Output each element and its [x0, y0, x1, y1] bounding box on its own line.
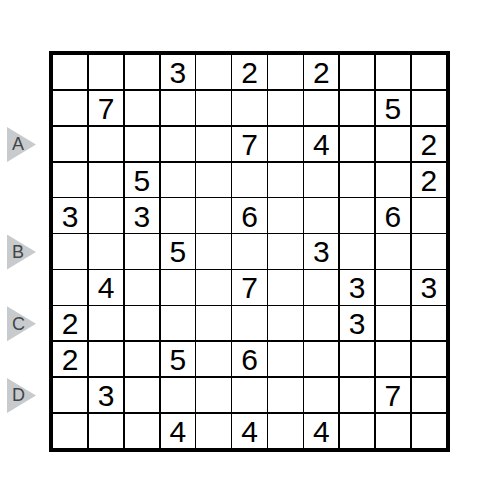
clue-digit: 4 [313, 417, 330, 447]
cell-r3c4[interactable] [161, 127, 195, 161]
cell-r8c2[interactable] [89, 306, 123, 340]
clue-digit: 6 [241, 345, 258, 375]
cell-r8c9[interactable]: 3 [340, 306, 374, 340]
cell-r9c7[interactable] [268, 342, 302, 376]
cell-r9c4[interactable]: 5 [161, 342, 195, 376]
clue-digit: 4 [241, 417, 258, 447]
clue-digit: 2 [420, 166, 437, 196]
cell-r7c5[interactable] [196, 270, 230, 304]
cell-r10c6[interactable] [232, 378, 266, 412]
clue-digit: 7 [385, 381, 402, 411]
cell-r11c8[interactable]: 4 [304, 414, 338, 448]
cell-r2c9[interactable] [340, 91, 374, 125]
cell-r6c7[interactable] [268, 234, 302, 268]
cell-r10c2[interactable]: 3 [89, 378, 123, 412]
cell-r7c4[interactable] [161, 270, 195, 304]
clue-digit: 2 [62, 345, 79, 375]
cell-r2c7[interactable] [268, 91, 302, 125]
cell-r11c4[interactable]: 4 [161, 414, 195, 448]
cell-r3c3[interactable] [125, 127, 159, 161]
cell-r4c3[interactable]: 5 [125, 163, 159, 197]
cell-r3c1[interactable] [53, 127, 87, 161]
cell-r1c5[interactable] [196, 55, 230, 89]
clue-digit: 4 [313, 130, 330, 160]
cell-r10c7[interactable] [268, 378, 302, 412]
cell-r2c5[interactable] [196, 91, 230, 125]
cell-r9c9[interactable] [340, 342, 374, 376]
cell-r3c5[interactable] [196, 127, 230, 161]
cell-r5c7[interactable] [268, 198, 302, 232]
cell-r2c1[interactable] [53, 91, 87, 125]
cell-r5c9[interactable] [340, 198, 374, 232]
cell-r4c10[interactable] [376, 163, 410, 197]
cell-r3c10[interactable] [376, 127, 410, 161]
answer-row-marker-C: C [7, 306, 36, 341]
cell-r8c11[interactable] [412, 306, 446, 340]
clue-digit: 5 [134, 166, 151, 196]
clue-digit: 3 [349, 309, 366, 339]
cell-r8c1[interactable]: 2 [53, 306, 87, 340]
cell-r6c2[interactable] [89, 234, 123, 268]
cell-r3c11[interactable]: 2 [412, 127, 446, 161]
cell-r6c6[interactable] [232, 234, 266, 268]
cell-r7c3[interactable] [125, 270, 159, 304]
cell-r5c10[interactable]: 6 [376, 198, 410, 232]
cell-r10c9[interactable] [340, 378, 374, 412]
cell-r6c5[interactable] [196, 234, 230, 268]
cell-r5c1[interactable]: 3 [53, 198, 87, 232]
cell-r2c10[interactable]: 5 [376, 91, 410, 125]
cell-r1c3[interactable] [125, 55, 159, 89]
cell-r3c9[interactable] [340, 127, 374, 161]
cell-r6c11[interactable] [412, 234, 446, 268]
cell-r4c2[interactable] [89, 163, 123, 197]
clue-digit: 2 [62, 309, 79, 339]
cell-r6c8[interactable]: 3 [304, 234, 338, 268]
clue-digit: 4 [98, 273, 115, 303]
cell-r4c9[interactable] [340, 163, 374, 197]
cell-r1c6[interactable]: 2 [232, 55, 266, 89]
cell-r5c3[interactable]: 3 [125, 198, 159, 232]
cell-r3c6[interactable]: 7 [232, 127, 266, 161]
cell-r8c5[interactable] [196, 306, 230, 340]
cell-r5c8[interactable] [304, 198, 338, 232]
clue-digit: 3 [134, 202, 151, 232]
cell-r11c3[interactable] [125, 414, 159, 448]
answer-row-marker-B: B [7, 235, 36, 270]
cell-r6c10[interactable] [376, 234, 410, 268]
cell-r9c3[interactable] [125, 342, 159, 376]
cell-r1c7[interactable] [268, 55, 302, 89]
cell-r11c11[interactable] [412, 414, 446, 448]
clue-digit: 3 [313, 237, 330, 267]
cell-r6c4[interactable]: 5 [161, 234, 195, 268]
cell-r7c7[interactable] [268, 270, 302, 304]
cell-r4c5[interactable] [196, 163, 230, 197]
cell-r11c9[interactable] [340, 414, 374, 448]
cell-r7c1[interactable] [53, 270, 87, 304]
cell-r6c3[interactable] [125, 234, 159, 268]
cell-r9c8[interactable] [304, 342, 338, 376]
cell-r1c10[interactable] [376, 55, 410, 89]
cell-r8c8[interactable] [304, 306, 338, 340]
cell-r6c9[interactable] [340, 234, 374, 268]
cell-r11c7[interactable] [268, 414, 302, 448]
cell-r11c1[interactable] [53, 414, 87, 448]
clue-digit: 2 [420, 130, 437, 160]
cell-r8c6[interactable] [232, 306, 266, 340]
cell-r3c8[interactable]: 4 [304, 127, 338, 161]
cell-r10c10[interactable]: 7 [376, 378, 410, 412]
cell-r4c4[interactable] [161, 163, 195, 197]
clue-digit: 7 [241, 130, 258, 160]
puzzle-page: ABCD 322757425233665347332325637444 [0, 0, 499, 504]
cell-r8c7[interactable] [268, 306, 302, 340]
cell-r5c5[interactable] [196, 198, 230, 232]
answer-row-marker-A: A [7, 127, 36, 162]
cell-r1c1[interactable] [53, 55, 87, 89]
cell-r2c11[interactable] [412, 91, 446, 125]
marker-letter: B [12, 243, 24, 261]
cell-r4c8[interactable] [304, 163, 338, 197]
cell-r7c2[interactable]: 4 [89, 270, 123, 304]
cell-r7c10[interactable] [376, 270, 410, 304]
clue-digit: 3 [62, 202, 79, 232]
cell-r11c2[interactable] [89, 414, 123, 448]
cell-r5c11[interactable] [412, 198, 446, 232]
cell-r7c8[interactable] [304, 270, 338, 304]
cell-r7c11[interactable]: 3 [412, 270, 446, 304]
clue-digit: 7 [98, 94, 115, 124]
cell-r1c4[interactable]: 3 [161, 55, 195, 89]
marker-letter: C [12, 315, 25, 333]
cell-r9c6[interactable]: 6 [232, 342, 266, 376]
cell-r2c3[interactable] [125, 91, 159, 125]
clue-digit: 2 [313, 58, 330, 88]
cell-r8c3[interactable] [125, 306, 159, 340]
cell-r2c4[interactable] [161, 91, 195, 125]
clue-digit: 6 [385, 202, 402, 232]
cell-r5c2[interactable] [89, 198, 123, 232]
cell-r7c9[interactable]: 3 [340, 270, 374, 304]
cell-r9c5[interactable] [196, 342, 230, 376]
clue-digit: 3 [420, 273, 437, 303]
cell-r10c1[interactable] [53, 378, 87, 412]
cell-r9c10[interactable] [376, 342, 410, 376]
cell-r1c2[interactable] [89, 55, 123, 89]
cell-r10c5[interactable] [196, 378, 230, 412]
cell-r7c6[interactable]: 7 [232, 270, 266, 304]
cell-r8c4[interactable] [161, 306, 195, 340]
clue-digit: 5 [169, 345, 186, 375]
cell-r4c11[interactable]: 2 [412, 163, 446, 197]
answer-row-marker-D: D [7, 378, 36, 413]
marker-letter: D [12, 386, 25, 404]
clue-digit: 4 [169, 417, 186, 447]
cell-r4c1[interactable] [53, 163, 87, 197]
cell-r10c4[interactable] [161, 378, 195, 412]
cell-r10c3[interactable] [125, 378, 159, 412]
clue-digit: 7 [241, 273, 258, 303]
cell-r3c2[interactable] [89, 127, 123, 161]
cell-r9c2[interactable] [89, 342, 123, 376]
cell-r8c10[interactable] [376, 306, 410, 340]
clue-digit: 3 [349, 273, 366, 303]
cell-r3c7[interactable] [268, 127, 302, 161]
cell-r11c10[interactable] [376, 414, 410, 448]
cell-r11c5[interactable] [196, 414, 230, 448]
cell-r1c9[interactable] [340, 55, 374, 89]
cell-r10c8[interactable] [304, 378, 338, 412]
cell-r2c8[interactable] [304, 91, 338, 125]
clue-digit: 3 [98, 381, 115, 411]
cell-r11c6[interactable]: 4 [232, 414, 266, 448]
cell-r2c2[interactable]: 7 [89, 91, 123, 125]
clue-digit: 5 [169, 237, 186, 267]
cell-r9c1[interactable]: 2 [53, 342, 87, 376]
clue-digit: 6 [241, 202, 258, 232]
cell-r10c11[interactable] [412, 378, 446, 412]
clue-digit: 5 [385, 94, 402, 124]
cell-r4c7[interactable] [268, 163, 302, 197]
cell-r5c4[interactable] [161, 198, 195, 232]
cell-r5c6[interactable]: 6 [232, 198, 266, 232]
cell-r9c11[interactable] [412, 342, 446, 376]
clue-digit: 2 [241, 58, 258, 88]
cell-r1c8[interactable]: 2 [304, 55, 338, 89]
puzzle-board: 322757425233665347332325637444 [49, 51, 450, 452]
cell-r6c1[interactable] [53, 234, 87, 268]
clue-digit: 3 [169, 58, 186, 88]
cell-r1c11[interactable] [412, 55, 446, 89]
cell-r2c6[interactable] [232, 91, 266, 125]
cell-r4c6[interactable] [232, 163, 266, 197]
marker-letter: A [12, 135, 24, 153]
